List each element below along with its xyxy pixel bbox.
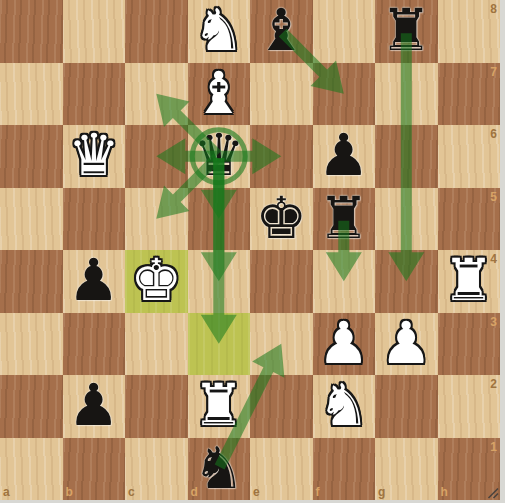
rank-label-5: 5 [490, 190, 497, 204]
square-h5[interactable]: 5 [438, 188, 501, 251]
square-h1[interactable]: h1 [438, 438, 501, 501]
square-d1[interactable]: d♞ [188, 438, 251, 501]
square-b6[interactable]: ♛ [63, 125, 126, 188]
square-d8[interactable]: ♞ [188, 0, 251, 63]
square-a8[interactable] [0, 0, 63, 63]
square-b2[interactable]: ♟ [63, 375, 126, 438]
square-d4[interactable] [188, 250, 251, 313]
file-label-e: e [253, 485, 260, 499]
black-queen[interactable]: ♛ [188, 125, 251, 188]
square-d6[interactable]: ♛ [188, 125, 251, 188]
file-label-c: c [128, 485, 135, 499]
square-f1[interactable]: f [313, 438, 376, 501]
square-e1[interactable]: e [250, 438, 313, 501]
rank-label-7: 7 [490, 65, 497, 79]
square-e2[interactable] [250, 375, 313, 438]
square-a7[interactable] [0, 63, 63, 126]
square-a5[interactable] [0, 188, 63, 251]
square-g6[interactable] [375, 125, 438, 188]
white-bishop[interactable]: ♝ [188, 63, 251, 126]
square-c8[interactable] [125, 0, 188, 63]
square-h7[interactable]: 7 [438, 63, 501, 126]
file-label-g: g [378, 485, 385, 499]
white-queen[interactable]: ♛ [63, 125, 126, 188]
square-d3[interactable] [188, 313, 251, 376]
square-d7[interactable]: ♝ [188, 63, 251, 126]
square-c4[interactable]: ♚ [125, 250, 188, 313]
white-rook[interactable]: ♜ [188, 375, 251, 438]
square-e8[interactable]: ♝ [250, 0, 313, 63]
square-h4[interactable]: 4♜ [438, 250, 501, 313]
square-a3[interactable] [0, 313, 63, 376]
square-f4[interactable] [313, 250, 376, 313]
file-label-a: a [3, 485, 10, 499]
square-d2[interactable]: ♜ [188, 375, 251, 438]
square-a4[interactable] [0, 250, 63, 313]
square-h6[interactable]: 6 [438, 125, 501, 188]
black-king[interactable]: ♚ [250, 188, 313, 251]
white-rook[interactable]: ♜ [438, 250, 501, 313]
black-pawn[interactable]: ♟ [313, 125, 376, 188]
square-b3[interactable] [63, 313, 126, 376]
black-rook[interactable]: ♜ [375, 0, 438, 63]
square-e6[interactable] [250, 125, 313, 188]
black-knight[interactable]: ♞ [188, 438, 251, 501]
black-bishop[interactable]: ♝ [250, 0, 313, 63]
square-c5[interactable] [125, 188, 188, 251]
square-a1[interactable]: a [0, 438, 63, 501]
square-c7[interactable] [125, 63, 188, 126]
square-g2[interactable] [375, 375, 438, 438]
square-f8[interactable] [313, 0, 376, 63]
square-h2[interactable]: 2 [438, 375, 501, 438]
rank-label-1: 1 [490, 440, 497, 454]
square-c3[interactable] [125, 313, 188, 376]
square-e7[interactable] [250, 63, 313, 126]
rank-label-3: 3 [490, 315, 497, 329]
square-c2[interactable] [125, 375, 188, 438]
file-label-b: b [66, 485, 73, 499]
square-h8[interactable]: 8 [438, 0, 501, 63]
square-f6[interactable]: ♟ [313, 125, 376, 188]
rank-label-2: 2 [490, 377, 497, 391]
square-a6[interactable] [0, 125, 63, 188]
square-e5[interactable]: ♚ [250, 188, 313, 251]
rank-label-6: 6 [490, 127, 497, 141]
square-b5[interactable] [63, 188, 126, 251]
black-pawn[interactable]: ♟ [63, 375, 126, 438]
square-g1[interactable]: g [375, 438, 438, 501]
square-f2[interactable]: ♞ [313, 375, 376, 438]
square-g3[interactable]: ♟ [375, 313, 438, 376]
file-label-h: h [441, 485, 448, 499]
square-b1[interactable]: b [63, 438, 126, 501]
white-pawn[interactable]: ♟ [375, 313, 438, 376]
white-king[interactable]: ♚ [125, 250, 188, 313]
square-e3[interactable] [250, 313, 313, 376]
black-rook[interactable]: ♜ [313, 188, 376, 251]
white-knight[interactable]: ♞ [188, 0, 251, 63]
square-f5[interactable]: ♜ [313, 188, 376, 251]
square-c6[interactable] [125, 125, 188, 188]
square-g5[interactable] [375, 188, 438, 251]
white-knight[interactable]: ♞ [313, 375, 376, 438]
white-pawn[interactable]: ♟ [313, 313, 376, 376]
file-label-f: f [316, 485, 320, 499]
square-b8[interactable] [63, 0, 126, 63]
chess-board[interactable]: ♞♝♜8♝7♛♛♟6♚♜5♟♚4♜♟♟3♟♜♞2abcd♞efgh1 [0, 0, 500, 500]
square-c1[interactable]: c [125, 438, 188, 501]
square-b7[interactable] [63, 63, 126, 126]
square-b4[interactable]: ♟ [63, 250, 126, 313]
square-d5[interactable] [188, 188, 251, 251]
square-f3[interactable]: ♟ [313, 313, 376, 376]
square-g4[interactable] [375, 250, 438, 313]
square-g7[interactable] [375, 63, 438, 126]
square-e4[interactable] [250, 250, 313, 313]
square-g8[interactable]: ♜ [375, 0, 438, 63]
rank-label-8: 8 [490, 2, 497, 16]
square-f7[interactable] [313, 63, 376, 126]
square-a2[interactable] [0, 375, 63, 438]
black-pawn[interactable]: ♟ [63, 250, 126, 313]
square-h3[interactable]: 3 [438, 313, 501, 376]
